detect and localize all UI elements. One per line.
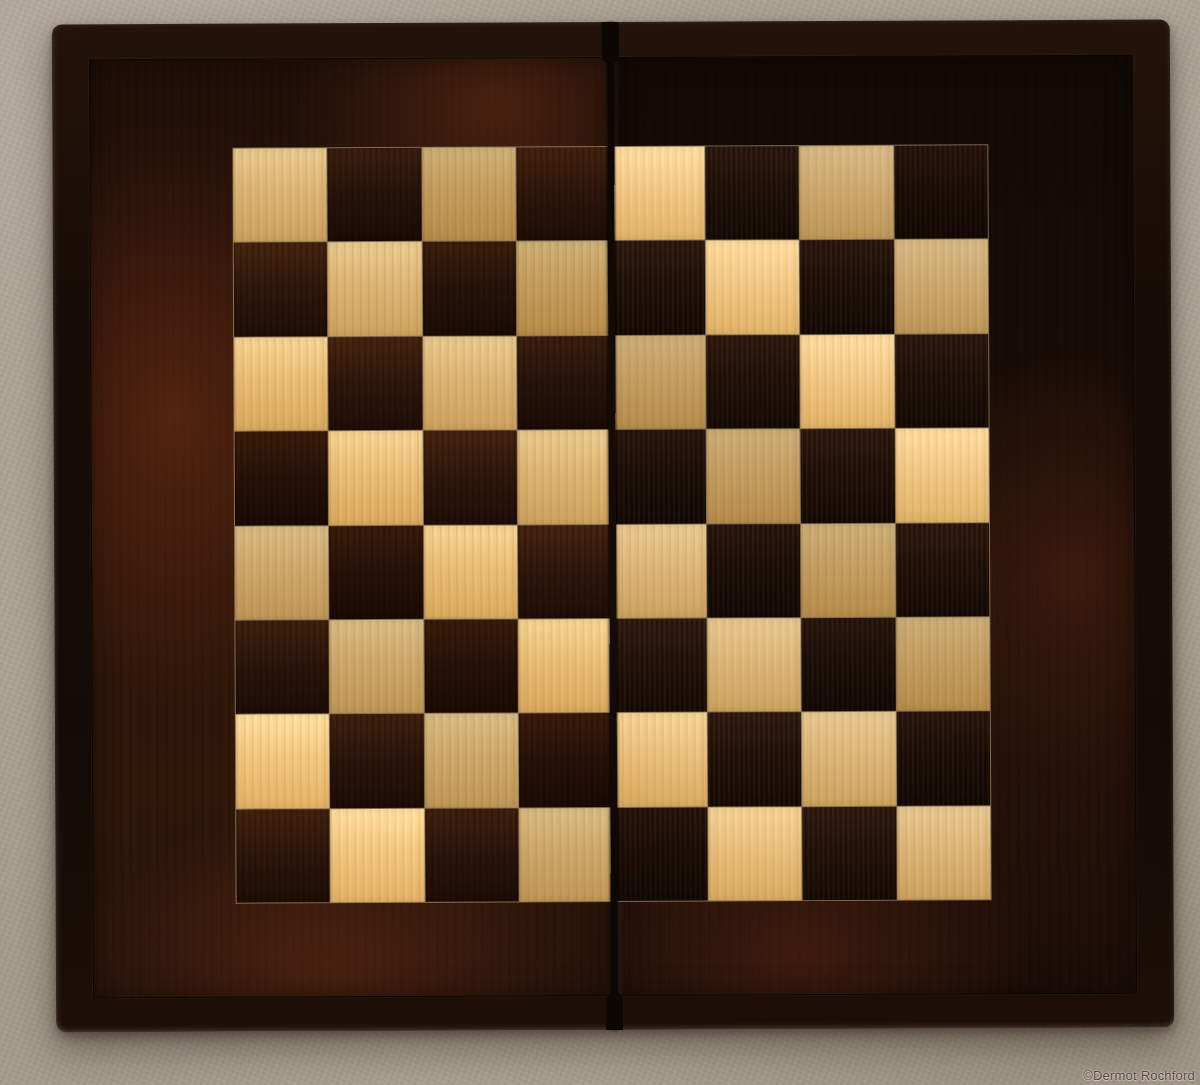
square-b2[interactable] xyxy=(330,714,424,808)
square-b1[interactable] xyxy=(331,808,425,902)
square-a5[interactable] xyxy=(235,431,329,525)
square-g2[interactable] xyxy=(802,712,896,806)
copyright-watermark: ©Dermot Rochford xyxy=(1083,1068,1195,1083)
square-f3[interactable] xyxy=(707,618,801,712)
square-c6[interactable] xyxy=(423,336,517,430)
square-d4[interactable] xyxy=(518,525,612,619)
square-f2[interactable] xyxy=(708,712,802,806)
square-a1[interactable] xyxy=(236,809,330,903)
square-g7[interactable] xyxy=(800,240,894,334)
square-f6[interactable] xyxy=(706,335,800,429)
square-f4[interactable] xyxy=(707,524,801,618)
square-d1[interactable] xyxy=(519,808,613,902)
square-e1[interactable] xyxy=(614,807,708,901)
square-a7[interactable] xyxy=(234,243,328,337)
square-c5[interactable] xyxy=(423,431,517,525)
square-h7[interactable] xyxy=(894,240,988,334)
square-c8[interactable] xyxy=(422,147,516,241)
square-e6[interactable] xyxy=(612,335,706,429)
square-b8[interactable] xyxy=(328,148,422,242)
square-a8[interactable] xyxy=(233,148,327,242)
square-h6[interactable] xyxy=(895,334,989,428)
square-f5[interactable] xyxy=(706,429,800,523)
square-b6[interactable] xyxy=(329,337,423,431)
square-a4[interactable] xyxy=(235,526,329,620)
square-c3[interactable] xyxy=(424,619,518,713)
square-a6[interactable] xyxy=(234,337,328,431)
square-h2[interactable] xyxy=(896,712,990,806)
square-f7[interactable] xyxy=(706,241,800,335)
square-b4[interactable] xyxy=(329,525,423,619)
square-f1[interactable] xyxy=(708,807,802,901)
square-c7[interactable] xyxy=(423,242,517,336)
square-e8[interactable] xyxy=(611,147,705,241)
square-d2[interactable] xyxy=(519,713,613,807)
square-d5[interactable] xyxy=(518,430,612,524)
folding-chessboard xyxy=(52,20,1174,1033)
square-f8[interactable] xyxy=(705,146,799,240)
square-e4[interactable] xyxy=(612,524,706,618)
square-g4[interactable] xyxy=(801,523,895,617)
square-h5[interactable] xyxy=(895,428,989,522)
square-d8[interactable] xyxy=(516,147,610,241)
square-d7[interactable] xyxy=(517,241,611,335)
square-h3[interactable] xyxy=(896,617,990,711)
photo-scene: ©Dermot Rochford xyxy=(0,0,1200,1085)
square-d6[interactable] xyxy=(517,336,611,430)
square-g1[interactable] xyxy=(802,806,896,900)
square-b5[interactable] xyxy=(329,431,423,525)
square-c4[interactable] xyxy=(424,525,518,619)
square-b3[interactable] xyxy=(330,620,424,714)
square-e2[interactable] xyxy=(613,713,707,807)
square-e5[interactable] xyxy=(612,430,706,524)
square-g6[interactable] xyxy=(800,335,894,429)
square-g5[interactable] xyxy=(801,429,895,523)
square-a3[interactable] xyxy=(235,620,329,714)
square-h1[interactable] xyxy=(897,806,991,900)
square-h4[interactable] xyxy=(896,523,990,617)
square-c1[interactable] xyxy=(425,808,519,902)
square-g3[interactable] xyxy=(802,618,896,712)
square-b7[interactable] xyxy=(328,242,422,336)
square-h8[interactable] xyxy=(894,145,988,239)
square-d3[interactable] xyxy=(519,619,613,713)
square-g8[interactable] xyxy=(800,146,894,240)
square-e7[interactable] xyxy=(611,241,705,335)
square-c2[interactable] xyxy=(425,714,519,808)
square-e3[interactable] xyxy=(613,618,707,712)
square-a2[interactable] xyxy=(236,714,330,808)
